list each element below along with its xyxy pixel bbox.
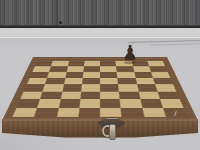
square-b4[interactable]	[43, 84, 64, 91]
square-e3[interactable]	[100, 91, 120, 99]
square-b3[interactable]	[40, 91, 62, 99]
wall-panel-seam	[166, 0, 167, 26]
square-b1[interactable]	[34, 108, 58, 117]
square-e2[interactable]	[100, 99, 121, 107]
square-g4[interactable]	[137, 84, 158, 91]
square-h2[interactable]	[160, 99, 184, 107]
square-e4[interactable]	[100, 84, 119, 91]
square-g3[interactable]	[138, 91, 160, 99]
square-f3[interactable]	[119, 91, 140, 99]
latch-tongue	[109, 124, 116, 140]
square-h3[interactable]	[157, 91, 179, 99]
latch	[97, 116, 125, 143]
wall-speck	[59, 21, 62, 24]
wall-panel-seam	[57, 0, 58, 26]
square-f4[interactable]	[118, 84, 138, 91]
table-seam-line	[0, 37, 200, 38]
chess-board[interactable]	[2, 57, 198, 121]
square-f2[interactable]	[120, 99, 142, 107]
square-c2[interactable]	[58, 99, 80, 107]
square-d4[interactable]	[81, 84, 100, 91]
square-c4[interactable]	[62, 84, 82, 91]
square-d3[interactable]	[80, 91, 100, 99]
square-d2[interactable]	[79, 99, 100, 107]
square-c1[interactable]	[56, 108, 79, 117]
wall	[0, 0, 200, 26]
table-sheet-edge	[150, 43, 200, 46]
square-h4[interactable]	[155, 84, 176, 91]
photo-frame: ♟	[0, 0, 200, 150]
square-b2[interactable]	[37, 99, 60, 107]
pawn-shadow	[124, 61, 135, 64]
square-g2[interactable]	[140, 99, 163, 107]
square-c3[interactable]	[60, 91, 81, 99]
